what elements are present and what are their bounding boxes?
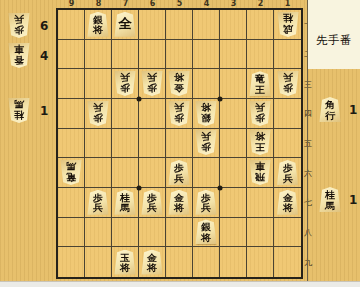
- hand-count-sente-knight: 1: [349, 193, 357, 207]
- square-5-5[interactable]: [166, 129, 193, 159]
- hand-stand-gote: 歩兵6香車4桂馬1: [0, 0, 55, 287]
- file-label-9: 9: [58, 0, 85, 8]
- square-7-5[interactable]: [112, 129, 139, 159]
- square-1-8[interactable]: [274, 218, 301, 248]
- piece-kanji: 兵: [86, 102, 109, 113]
- piece-knight-gote[interactable]: 桂馬: [8, 98, 30, 123]
- hand-count-gote-knight: 1: [40, 104, 48, 118]
- square-4-9[interactable]: [193, 247, 220, 277]
- piece-kanji: 兵: [276, 72, 299, 83]
- piece-knight-sente[interactable]: 桂馬: [319, 187, 341, 212]
- square-1-9[interactable]: [274, 247, 301, 277]
- piece-kanji: 歩: [113, 83, 136, 94]
- piece-kanji: 将: [167, 203, 190, 214]
- square-7-9[interactable]: 玉将: [112, 247, 139, 277]
- square-9-1[interactable]: [58, 10, 85, 40]
- piece-pawn-gote[interactable]: 歩兵: [8, 13, 30, 38]
- piece-kanji: 王: [248, 142, 271, 153]
- square-3-3[interactable]: [220, 69, 247, 99]
- piece-kanji: 将: [86, 25, 109, 36]
- square-3-6[interactable]: [220, 158, 247, 188]
- shogi-app: 987654321 銀将全成桂歩兵歩兵金将竜王歩兵歩兵歩兵銀将歩兵歩兵王将竜馬歩…: [0, 0, 360, 287]
- piece-promoted-silver-sente[interactable]: 全: [114, 12, 136, 37]
- piece-king-sente[interactable]: 玉将: [114, 250, 136, 275]
- piece-kanji: 兵: [140, 203, 163, 214]
- piece-kanji: 飛: [248, 172, 271, 183]
- square-8-4[interactable]: 歩兵: [85, 99, 112, 129]
- square-7-1[interactable]: 全: [112, 10, 139, 40]
- piece-kanji: 兵: [248, 102, 271, 113]
- piece-gold-sente[interactable]: 金将: [141, 250, 163, 275]
- piece-pawn-sente[interactable]: 歩兵: [168, 160, 190, 185]
- piece-pawn-gote[interactable]: 歩兵: [195, 130, 217, 155]
- square-7-8[interactable]: [112, 218, 139, 248]
- piece-kanji: 馬: [7, 99, 30, 110]
- piece-kanji: 歩: [7, 25, 30, 36]
- square-8-1[interactable]: 銀将: [85, 10, 112, 40]
- piece-gold-gote[interactable]: 金将: [168, 71, 190, 96]
- square-4-2[interactable]: [193, 40, 220, 70]
- piece-kanji: 兵: [7, 14, 30, 25]
- piece-kanji: 車: [248, 161, 271, 172]
- square-3-4[interactable]: [220, 99, 247, 129]
- square-7-4[interactable]: [112, 99, 139, 129]
- file-label-2: 2: [247, 0, 274, 8]
- square-6-8[interactable]: [139, 218, 166, 248]
- piece-kanji: 兵: [276, 174, 299, 185]
- board-grid: 銀将全成桂歩兵歩兵金将竜王歩兵歩兵歩兵銀将歩兵歩兵王将竜馬歩兵飛車歩兵歩兵桂馬歩…: [58, 10, 301, 277]
- piece-kanji: 将: [140, 263, 163, 274]
- piece-pawn-gote[interactable]: 歩兵: [141, 71, 163, 96]
- piece-pawn-gote[interactable]: 歩兵: [277, 71, 299, 96]
- square-8-7[interactable]: 歩兵: [85, 188, 112, 218]
- piece-kanji: 行: [318, 111, 341, 122]
- square-3-1[interactable]: [220, 10, 247, 40]
- piece-kanji: 兵: [140, 72, 163, 83]
- file-label-4: 4: [193, 0, 220, 8]
- square-9-9[interactable]: [58, 247, 85, 277]
- piece-pawn-gote[interactable]: 歩兵: [168, 101, 190, 126]
- piece-knight-sente[interactable]: 桂馬: [114, 190, 136, 215]
- hoshi-dot: [218, 186, 223, 191]
- square-7-7[interactable]: 桂馬: [112, 188, 139, 218]
- file-label-8: 8: [85, 0, 112, 8]
- piece-kanji: 歩: [86, 112, 109, 123]
- square-3-7[interactable]: [220, 188, 247, 218]
- square-5-4[interactable]: 歩兵: [166, 99, 193, 129]
- square-6-7[interactable]: 歩兵: [139, 188, 166, 218]
- square-3-9[interactable]: [220, 247, 247, 277]
- piece-kanji: 歩: [276, 83, 299, 94]
- piece-kanji: 馬: [113, 203, 136, 214]
- piece-kanji: 将: [113, 263, 136, 274]
- piece-pawn-sente[interactable]: 歩兵: [195, 190, 217, 215]
- square-6-2[interactable]: [139, 40, 166, 70]
- piece-silver-sente[interactable]: 銀将: [87, 12, 109, 37]
- piece-kanji: 桂: [276, 13, 299, 24]
- square-8-2[interactable]: [85, 40, 112, 70]
- piece-kanji: 馬: [318, 201, 341, 212]
- square-4-3[interactable]: [193, 69, 220, 99]
- square-3-8[interactable]: [220, 218, 247, 248]
- square-4-7[interactable]: 歩兵: [193, 188, 220, 218]
- hand-count-sente-bishop: 1: [349, 103, 357, 117]
- piece-king-gote[interactable]: 王将: [249, 130, 271, 155]
- square-5-3[interactable]: 金将: [166, 69, 193, 99]
- file-label-6: 6: [139, 0, 166, 8]
- square-2-7[interactable]: [247, 188, 274, 218]
- square-4-6[interactable]: [193, 158, 220, 188]
- hand-stand-sente: 角行1桂馬1: [308, 0, 360, 287]
- square-6-1[interactable]: [139, 10, 166, 40]
- square-6-9[interactable]: 金将: [139, 247, 166, 277]
- file-label-7: 7: [112, 0, 139, 8]
- square-2-3[interactable]: 竜王: [247, 69, 274, 99]
- square-5-8[interactable]: [166, 218, 193, 248]
- square-4-8[interactable]: 銀将: [193, 218, 220, 248]
- piece-lance-gote[interactable]: 香車: [8, 43, 30, 68]
- square-3-5[interactable]: [220, 129, 247, 159]
- piece-dragon-sente[interactable]: 竜王: [249, 71, 271, 96]
- hoshi-dot: [137, 97, 142, 102]
- piece-pawn-sente[interactable]: 歩兵: [87, 190, 109, 215]
- square-1-4[interactable]: [274, 99, 301, 129]
- piece-kanji: 歩: [167, 112, 190, 123]
- square-7-3[interactable]: 歩兵: [112, 69, 139, 99]
- square-8-8[interactable]: [85, 218, 112, 248]
- piece-silver-gote[interactable]: 銀将: [195, 101, 217, 126]
- piece-horse-gote[interactable]: 竜馬: [60, 160, 82, 185]
- square-4-1[interactable]: [193, 10, 220, 40]
- square-5-6[interactable]: 歩兵: [166, 158, 193, 188]
- square-9-4[interactable]: [58, 99, 85, 129]
- piece-pawn-gote[interactable]: 歩兵: [249, 101, 271, 126]
- piece-kanji: 兵: [167, 102, 190, 113]
- piece-kanji: 兵: [86, 203, 109, 214]
- square-4-4[interactable]: 銀将: [193, 99, 220, 129]
- piece-kanji: 香: [7, 55, 30, 66]
- hand-count-gote-pawn: 6: [40, 19, 48, 33]
- square-2-2[interactable]: [247, 40, 274, 70]
- hoshi-dot: [137, 186, 142, 191]
- hand-slot-sente-knight: 桂馬: [319, 187, 341, 212]
- square-5-9[interactable]: [166, 247, 193, 277]
- piece-gold-sente[interactable]: 金将: [277, 190, 299, 215]
- square-8-6[interactable]: [85, 158, 112, 188]
- square-5-7[interactable]: 金将: [166, 188, 193, 218]
- window-bottom-strip: [0, 281, 360, 287]
- piece-kanji: 兵: [194, 131, 217, 142]
- square-2-1[interactable]: [247, 10, 274, 40]
- square-9-8[interactable]: [58, 218, 85, 248]
- square-7-2[interactable]: [112, 40, 139, 70]
- piece-kanji: 兵: [194, 203, 217, 214]
- square-3-2[interactable]: [220, 40, 247, 70]
- piece-kanji: 将: [194, 102, 217, 113]
- piece-rook-gote[interactable]: 飛車: [249, 160, 271, 185]
- piece-promoted-knight-gote[interactable]: 成桂: [277, 12, 299, 37]
- square-1-5[interactable]: [274, 129, 301, 159]
- hand-slot-gote-pawn: 歩兵: [8, 13, 30, 38]
- square-8-5[interactable]: [85, 129, 112, 159]
- piece-kanji: 兵: [167, 174, 190, 185]
- piece-kanji: 将: [276, 203, 299, 214]
- square-2-5[interactable]: 王将: [247, 129, 274, 159]
- square-2-6[interactable]: 飛車: [247, 158, 274, 188]
- square-8-3[interactable]: [85, 69, 112, 99]
- square-1-3[interactable]: 歩兵: [274, 69, 301, 99]
- file-label-1: 1: [274, 0, 301, 8]
- piece-pawn-sente[interactable]: 歩兵: [277, 160, 299, 185]
- square-9-2[interactable]: [58, 40, 85, 70]
- piece-kanji: 将: [194, 233, 217, 244]
- square-9-5[interactable]: [58, 129, 85, 159]
- square-9-6[interactable]: 竜馬: [58, 158, 85, 188]
- square-1-6[interactable]: 歩兵: [274, 158, 301, 188]
- piece-kanji: 金: [167, 83, 190, 94]
- square-5-2[interactable]: [166, 40, 193, 70]
- square-7-6[interactable]: [112, 158, 139, 188]
- square-6-6[interactable]: [139, 158, 166, 188]
- square-5-1[interactable]: [166, 10, 193, 40]
- piece-kanji: 成: [276, 23, 299, 34]
- hand-slot-gote-lance: 香車: [8, 43, 30, 68]
- square-1-2[interactable]: [274, 40, 301, 70]
- piece-bishop-sente[interactable]: 角行: [319, 97, 341, 122]
- piece-kanji: 将: [167, 72, 190, 83]
- file-labels: 987654321: [58, 0, 301, 8]
- file-label-3: 3: [220, 0, 247, 8]
- hoshi-dot: [218, 97, 223, 102]
- square-9-7[interactable]: [58, 188, 85, 218]
- piece-kanji: 全: [113, 14, 136, 34]
- square-6-5[interactable]: [139, 129, 166, 159]
- square-8-9[interactable]: [85, 247, 112, 277]
- square-1-7[interactable]: 金将: [274, 188, 301, 218]
- piece-kanji: 車: [7, 44, 30, 55]
- piece-kanji: 歩: [140, 83, 163, 94]
- file-label-5: 5: [166, 0, 193, 8]
- square-2-4[interactable]: 歩兵: [247, 99, 274, 129]
- piece-kanji: 歩: [194, 142, 217, 153]
- square-2-8[interactable]: [247, 218, 274, 248]
- piece-pawn-gote[interactable]: 歩兵: [114, 71, 136, 96]
- piece-gold-sente[interactable]: 金将: [168, 190, 190, 215]
- piece-kanji: 竜: [59, 172, 82, 183]
- piece-silver-sente[interactable]: 銀将: [195, 219, 217, 244]
- board: 銀将全成桂歩兵歩兵金将竜王歩兵歩兵歩兵銀将歩兵歩兵王将竜馬歩兵飛車歩兵歩兵桂馬歩…: [56, 8, 303, 279]
- square-4-5[interactable]: 歩兵: [193, 129, 220, 159]
- piece-kanji: 歩: [248, 112, 271, 123]
- square-1-1[interactable]: 成桂: [274, 10, 301, 40]
- piece-kanji: 将: [248, 131, 271, 142]
- hand-slot-gote-knight: 桂馬: [8, 98, 30, 123]
- hand-slot-sente-bishop: 角行: [319, 97, 341, 122]
- piece-kanji: 桂: [7, 110, 30, 121]
- piece-kanji: 銀: [194, 112, 217, 123]
- piece-pawn-gote[interactable]: 歩兵: [87, 101, 109, 126]
- piece-kanji: 馬: [59, 161, 82, 172]
- square-2-9[interactable]: [247, 247, 274, 277]
- piece-kanji: 王: [248, 85, 271, 96]
- square-9-3[interactable]: [58, 69, 85, 99]
- piece-kanji: 兵: [113, 72, 136, 83]
- square-6-4[interactable]: [139, 99, 166, 129]
- piece-pawn-sente[interactable]: 歩兵: [141, 190, 163, 215]
- hand-count-gote-lance: 4: [40, 49, 48, 63]
- square-6-3[interactable]: 歩兵: [139, 69, 166, 99]
